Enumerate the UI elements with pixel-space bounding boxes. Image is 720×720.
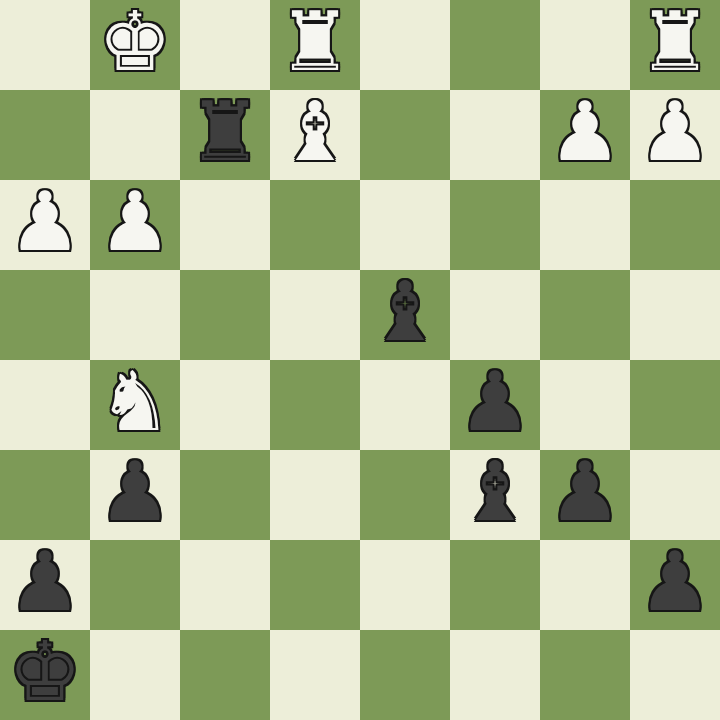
square-b4[interactable]: ♞ <box>90 360 180 450</box>
square-g6[interactable] <box>540 180 630 270</box>
square-f8[interactable] <box>450 0 540 90</box>
square-b8[interactable]: ♚ <box>90 0 180 90</box>
white-rook-icon[interactable]: ♜ <box>638 0 712 87</box>
square-h2[interactable]: ♟ <box>630 540 720 630</box>
square-a4[interactable] <box>0 360 90 450</box>
black-bishop-icon[interactable]: ♝ <box>458 447 532 537</box>
square-b1[interactable] <box>90 630 180 720</box>
black-pawn-icon[interactable]: ♟ <box>8 537 82 627</box>
square-e7[interactable] <box>360 90 450 180</box>
square-b3[interactable]: ♟ <box>90 450 180 540</box>
square-a3[interactable] <box>0 450 90 540</box>
black-king-icon[interactable]: ♚ <box>8 627 82 717</box>
black-pawn-icon[interactable]: ♟ <box>638 537 712 627</box>
square-a7[interactable] <box>0 90 90 180</box>
black-pawn-icon[interactable]: ♟ <box>98 447 172 537</box>
black-pawn-icon[interactable]: ♟ <box>458 357 532 447</box>
square-b7[interactable] <box>90 90 180 180</box>
square-e8[interactable] <box>360 0 450 90</box>
square-c4[interactable] <box>180 360 270 450</box>
square-a5[interactable] <box>0 270 90 360</box>
square-h1[interactable] <box>630 630 720 720</box>
square-c6[interactable] <box>180 180 270 270</box>
white-knight-icon[interactable]: ♞ <box>98 357 172 447</box>
square-g3[interactable]: ♟ <box>540 450 630 540</box>
white-pawn-icon[interactable]: ♟ <box>8 177 82 267</box>
square-h8[interactable]: ♜ <box>630 0 720 90</box>
square-e1[interactable] <box>360 630 450 720</box>
white-pawn-icon[interactable]: ♟ <box>548 87 622 177</box>
square-c7[interactable]: ♜ <box>180 90 270 180</box>
white-king-icon[interactable]: ♚ <box>98 0 172 87</box>
square-e3[interactable] <box>360 450 450 540</box>
square-d5[interactable] <box>270 270 360 360</box>
square-d2[interactable] <box>270 540 360 630</box>
square-c5[interactable] <box>180 270 270 360</box>
square-d6[interactable] <box>270 180 360 270</box>
square-f1[interactable] <box>450 630 540 720</box>
square-a1[interactable]: ♚ <box>0 630 90 720</box>
square-g8[interactable] <box>540 0 630 90</box>
square-e6[interactable] <box>360 180 450 270</box>
square-b5[interactable] <box>90 270 180 360</box>
square-g1[interactable] <box>540 630 630 720</box>
square-c1[interactable] <box>180 630 270 720</box>
square-h4[interactable] <box>630 360 720 450</box>
square-h6[interactable] <box>630 180 720 270</box>
square-d8[interactable]: ♜ <box>270 0 360 90</box>
square-d1[interactable] <box>270 630 360 720</box>
square-d3[interactable] <box>270 450 360 540</box>
square-g4[interactable] <box>540 360 630 450</box>
square-f3[interactable]: ♝ <box>450 450 540 540</box>
square-a8[interactable] <box>0 0 90 90</box>
white-pawn-icon[interactable]: ♟ <box>98 177 172 267</box>
square-g7[interactable]: ♟ <box>540 90 630 180</box>
square-e2[interactable] <box>360 540 450 630</box>
square-b2[interactable] <box>90 540 180 630</box>
chess-board: ♚♜♜♜♝♟♟♟♟♝♞♟♟♝♟♟♟♚ <box>0 0 720 720</box>
black-pawn-icon[interactable]: ♟ <box>548 447 622 537</box>
square-d4[interactable] <box>270 360 360 450</box>
square-c2[interactable] <box>180 540 270 630</box>
black-bishop-icon[interactable]: ♝ <box>368 267 442 357</box>
square-h7[interactable]: ♟ <box>630 90 720 180</box>
square-e4[interactable] <box>360 360 450 450</box>
white-pawn-icon[interactable]: ♟ <box>638 87 712 177</box>
square-c3[interactable] <box>180 450 270 540</box>
square-a2[interactable]: ♟ <box>0 540 90 630</box>
square-d7[interactable]: ♝ <box>270 90 360 180</box>
square-h5[interactable] <box>630 270 720 360</box>
square-f5[interactable] <box>450 270 540 360</box>
white-bishop-icon[interactable]: ♝ <box>278 87 352 177</box>
black-rook-icon[interactable]: ♜ <box>188 87 262 177</box>
square-f4[interactable]: ♟ <box>450 360 540 450</box>
square-g2[interactable] <box>540 540 630 630</box>
square-f7[interactable] <box>450 90 540 180</box>
square-f6[interactable] <box>450 180 540 270</box>
square-f2[interactable] <box>450 540 540 630</box>
square-e5[interactable]: ♝ <box>360 270 450 360</box>
white-rook-icon[interactable]: ♜ <box>278 0 352 87</box>
square-h3[interactable] <box>630 450 720 540</box>
square-g5[interactable] <box>540 270 630 360</box>
square-a6[interactable]: ♟ <box>0 180 90 270</box>
square-c8[interactable] <box>180 0 270 90</box>
square-b6[interactable]: ♟ <box>90 180 180 270</box>
